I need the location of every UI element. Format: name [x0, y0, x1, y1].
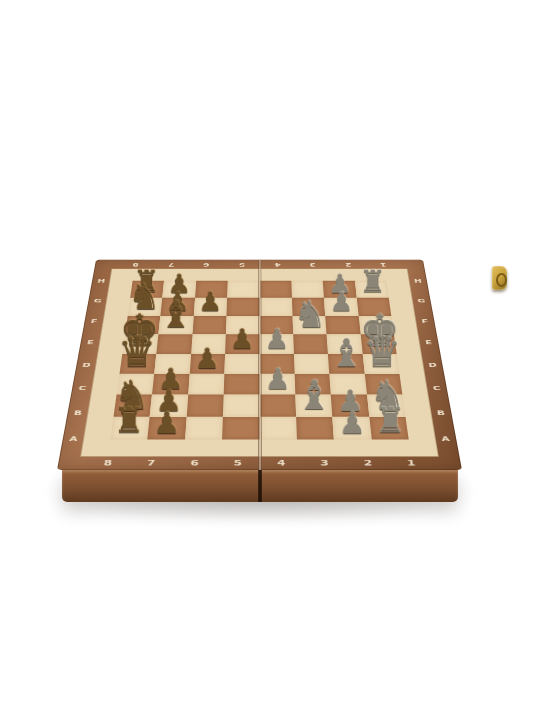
- square-a1: ♜: [369, 417, 409, 440]
- chess-set-product-photo: 87654321 87654321 HGFEDCBA HGFEDCBA ♜♟♟♜…: [0, 0, 540, 720]
- rank-label-bottom-8: 8: [85, 457, 130, 468]
- rank-label-top-4: 4: [260, 261, 296, 268]
- square-b5: [223, 395, 259, 417]
- square-d2: ♝: [328, 354, 364, 374]
- file-label-right-c: C: [426, 377, 447, 401]
- piece-silver-pawn-c4: ♟: [264, 365, 290, 394]
- square-a4: [260, 417, 297, 440]
- rank-label-bottom-7: 7: [129, 457, 173, 468]
- square-f3: ♞: [292, 316, 326, 335]
- rank-label-bottom-5: 5: [216, 457, 260, 468]
- square-f7: ♝: [159, 316, 194, 335]
- square-e4: ♟: [260, 334, 294, 353]
- piece-silver-rook-h1: ♜: [359, 267, 386, 297]
- rank-label-bottom-3: 3: [303, 457, 347, 468]
- square-g2: ♟: [324, 298, 358, 316]
- rank-label-top-6: 6: [188, 261, 224, 268]
- file-label-right-a: A: [435, 426, 457, 452]
- square-h5: [227, 281, 259, 298]
- square-g6: ♟: [194, 298, 228, 316]
- file-label-right-g: G: [412, 291, 431, 311]
- piece-silver-queen-d1: ♛: [363, 330, 401, 373]
- file-label-right-f: F: [415, 311, 434, 332]
- piece-bronze-pawn-a7: ♟: [153, 408, 180, 438]
- rank-label-bottom-1: 1: [389, 457, 434, 468]
- piece-bronze-bishop-f7: ♝: [159, 297, 192, 334]
- square-c5: [224, 374, 260, 395]
- brass-clasp: [492, 266, 507, 290]
- piece-silver-pawn-g2: ♟: [330, 288, 354, 315]
- square-d8: ♛: [120, 354, 157, 374]
- square-e5: ♟: [225, 334, 259, 353]
- piece-bronze-pawn-e5: ♟: [230, 325, 255, 353]
- square-g5: [227, 298, 260, 316]
- square-f6: [192, 316, 226, 335]
- square-c6: [188, 374, 224, 395]
- piece-silver-pawn-e4: ♟: [264, 325, 289, 353]
- square-a8: ♜: [110, 417, 150, 440]
- file-label-right-d: D: [423, 354, 443, 377]
- piece-silver-bishop-b3: ♝: [296, 376, 332, 416]
- piece-bronze-rook-a8: ♜: [113, 403, 144, 438]
- rank-label-bottom-2: 2: [346, 457, 390, 468]
- square-a5: [222, 417, 259, 440]
- square-b3: ♝: [295, 395, 332, 417]
- square-b4: [260, 395, 296, 417]
- piece-silver-knight-f3: ♞: [293, 297, 326, 334]
- chess-board: 87654321 87654321 HGFEDCBA HGFEDCBA ♜♟♟♜…: [57, 260, 462, 470]
- square-d1: ♛: [362, 354, 399, 374]
- square-a6: [185, 417, 223, 440]
- piece-bronze-pawn-g6: ♟: [198, 288, 222, 315]
- square-d3: [294, 354, 330, 374]
- rank-label-bottom-6: 6: [172, 457, 216, 468]
- piece-bronze-pawn-d6: ♟: [194, 345, 219, 373]
- square-a7: ♟: [148, 417, 187, 440]
- box-front-edge: [62, 470, 458, 502]
- file-label-right-e: E: [419, 332, 439, 354]
- square-a3: [296, 417, 334, 440]
- square-h4: [260, 281, 292, 298]
- square-b6: [187, 395, 224, 417]
- piece-silver-bishop-d2: ♝: [330, 334, 364, 372]
- square-g4: [260, 298, 293, 316]
- piece-silver-pawn-a2: ♟: [339, 408, 366, 438]
- square-e3: [293, 334, 328, 353]
- square-d6: ♟: [190, 354, 226, 374]
- rank-label-top-3: 3: [295, 261, 331, 268]
- piece-silver-rook-a1: ♜: [374, 403, 405, 438]
- piece-bronze-queen-d8: ♛: [118, 330, 156, 373]
- square-h1: ♜: [355, 281, 389, 298]
- square-e7: [157, 334, 193, 353]
- rank-label-bottom-4: 4: [260, 457, 304, 468]
- square-a2: ♟: [332, 417, 371, 440]
- square-d5: [225, 354, 260, 374]
- square-c4: ♟: [260, 374, 296, 395]
- rank-label-top-5: 5: [224, 261, 260, 268]
- file-label-right-b: B: [430, 401, 451, 426]
- file-label-right-h: H: [409, 272, 427, 291]
